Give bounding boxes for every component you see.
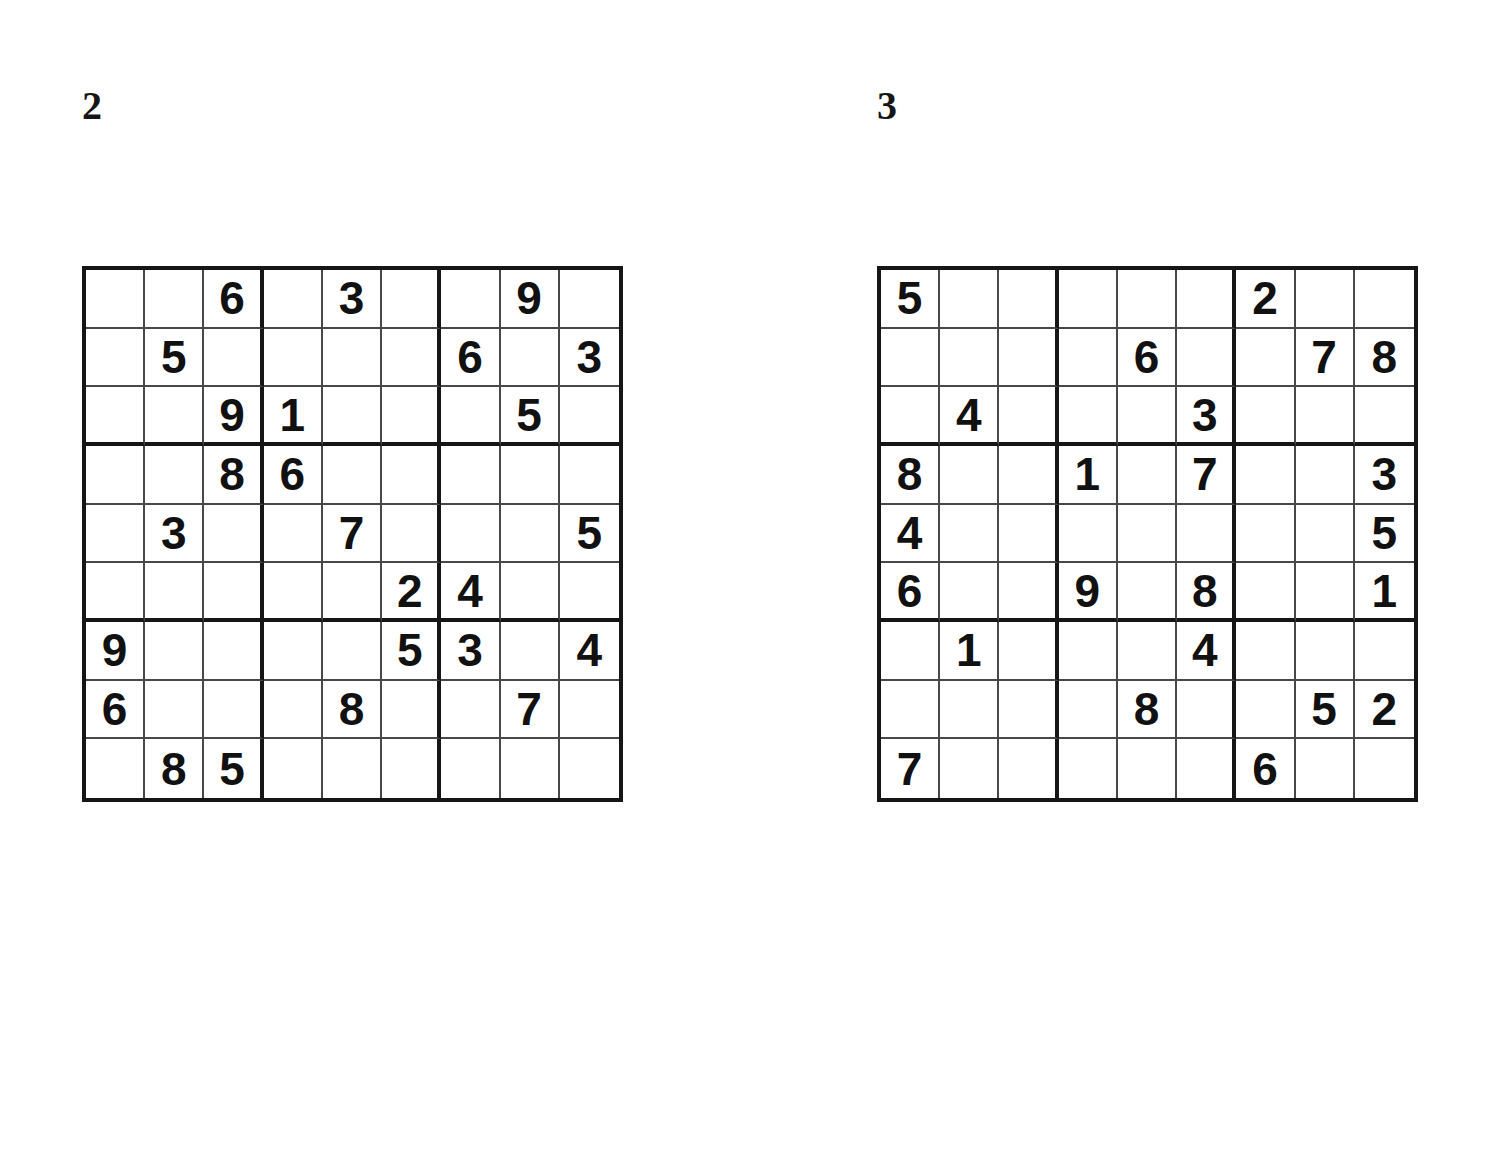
cell-r1c5[interactable] [1118, 270, 1177, 329]
cell-r4c9[interactable] [560, 446, 619, 505]
cell-r4c9[interactable]: 3 [1355, 446, 1414, 505]
cell-r2c2[interactable] [940, 329, 999, 388]
cell-r5c3[interactable] [204, 505, 263, 564]
cell-r8c1[interactable] [881, 681, 940, 740]
cell-r5c1[interactable]: 4 [881, 505, 940, 564]
cell-r3c5[interactable] [1118, 387, 1177, 446]
cell-r9c3[interactable]: 5 [204, 739, 263, 798]
cell-r4c4[interactable]: 1 [1059, 446, 1118, 505]
cell-r3c4[interactable]: 1 [264, 387, 323, 446]
cell-r5c7[interactable] [441, 505, 500, 564]
cell-r7c2[interactable]: 1 [940, 622, 999, 681]
cell-r2c6[interactable] [382, 329, 441, 388]
cell-r8c1[interactable]: 6 [86, 681, 145, 740]
cell-r2c2[interactable]: 5 [145, 329, 204, 388]
sudoku-grid-puzzle-3: 526784381734569811485276 [877, 266, 1418, 802]
cell-r6c5[interactable] [1118, 563, 1177, 622]
cell-r9c9[interactable] [1355, 739, 1414, 798]
cell-r6c5[interactable] [323, 563, 382, 622]
cell-r6c9[interactable]: 1 [1355, 563, 1414, 622]
cell-r9c2[interactable]: 8 [145, 739, 204, 798]
cell-r4c8[interactable] [1296, 446, 1355, 505]
cell-r7c3[interactable] [999, 622, 1058, 681]
cell-r3c2[interactable]: 4 [940, 387, 999, 446]
cell-r4c2[interactable] [145, 446, 204, 505]
cell-r5c5[interactable] [1118, 505, 1177, 564]
cell-r7c3[interactable] [204, 622, 263, 681]
cell-r9c2[interactable] [940, 739, 999, 798]
cell-r3c1[interactable] [881, 387, 940, 446]
cell-r7c1[interactable]: 9 [86, 622, 145, 681]
cell-r1c9[interactable] [1355, 270, 1414, 329]
cell-r4c1[interactable]: 8 [881, 446, 940, 505]
cell-r3c3[interactable] [999, 387, 1058, 446]
cell-r4c1[interactable] [86, 446, 145, 505]
cell-r1c5[interactable]: 3 [323, 270, 382, 329]
cell-r2c5[interactable] [323, 329, 382, 388]
cell-r8c3[interactable] [204, 681, 263, 740]
cell-r3c6[interactable]: 3 [1177, 387, 1236, 446]
cell-r4c3[interactable] [999, 446, 1058, 505]
cell-r7c5[interactable] [323, 622, 382, 681]
cell-r5c9[interactable]: 5 [1355, 505, 1414, 564]
puzzle-3-number: 3 [877, 86, 897, 126]
cell-r3c7[interactable] [1236, 387, 1295, 446]
cell-r7c9[interactable]: 4 [560, 622, 619, 681]
cell-r8c2[interactable] [940, 681, 999, 740]
cell-r4c7[interactable] [1236, 446, 1295, 505]
cell-r3c7[interactable] [441, 387, 500, 446]
cell-r6c1[interactable]: 6 [881, 563, 940, 622]
cell-r8c6[interactable] [382, 681, 441, 740]
cell-r9c1[interactable]: 7 [881, 739, 940, 798]
cell-r6c6[interactable]: 2 [382, 563, 441, 622]
cell-r3c1[interactable] [86, 387, 145, 446]
cell-r9c6[interactable] [382, 739, 441, 798]
cell-r4c3[interactable]: 8 [204, 446, 263, 505]
cell-r5c8[interactable] [501, 505, 560, 564]
cell-r1c3[interactable]: 6 [204, 270, 263, 329]
cell-r2c5[interactable]: 6 [1118, 329, 1177, 388]
cell-r1c7[interactable] [441, 270, 500, 329]
cell-r2c9[interactable]: 8 [1355, 329, 1414, 388]
cell-r9c5[interactable] [323, 739, 382, 798]
cell-r4c2[interactable] [940, 446, 999, 505]
cell-r5c6[interactable] [382, 505, 441, 564]
cell-r1c7[interactable]: 2 [1236, 270, 1295, 329]
cell-r5c6[interactable] [1177, 505, 1236, 564]
cell-r9c5[interactable] [1118, 739, 1177, 798]
cell-r3c3[interactable]: 9 [204, 387, 263, 446]
cell-r2c7[interactable]: 6 [441, 329, 500, 388]
cell-r1c4[interactable] [264, 270, 323, 329]
cell-r8c3[interactable] [999, 681, 1058, 740]
cell-r3c9[interactable] [1355, 387, 1414, 446]
cell-r2c9[interactable]: 3 [560, 329, 619, 388]
cell-r8c7[interactable] [441, 681, 500, 740]
cell-r7c2[interactable] [145, 622, 204, 681]
cell-r9c1[interactable] [86, 739, 145, 798]
cell-r6c4[interactable]: 9 [1059, 563, 1118, 622]
cell-r3c6[interactable] [382, 387, 441, 446]
cell-r7c7[interactable]: 3 [441, 622, 500, 681]
cell-r3c4[interactable] [1059, 387, 1118, 446]
cell-r5c2[interactable] [940, 505, 999, 564]
cell-r5c1[interactable] [86, 505, 145, 564]
cell-r2c4[interactable] [1059, 329, 1118, 388]
cell-r5c2[interactable]: 3 [145, 505, 204, 564]
cell-r5c5[interactable]: 7 [323, 505, 382, 564]
cell-r1c8[interactable]: 9 [501, 270, 560, 329]
cell-r7c9[interactable] [1355, 622, 1414, 681]
cell-r2c8[interactable] [501, 329, 560, 388]
cell-r7c1[interactable] [881, 622, 940, 681]
cell-r2c1[interactable] [881, 329, 940, 388]
cell-r2c7[interactable] [1236, 329, 1295, 388]
cell-r7c4[interactable] [264, 622, 323, 681]
cell-r3c8[interactable]: 5 [501, 387, 560, 446]
cell-r5c8[interactable] [1296, 505, 1355, 564]
cell-r8c5[interactable]: 8 [1118, 681, 1177, 740]
cell-r2c3[interactable] [999, 329, 1058, 388]
cell-r6c3[interactable] [999, 563, 1058, 622]
cell-r1c8[interactable] [1296, 270, 1355, 329]
cell-r6c8[interactable] [1296, 563, 1355, 622]
cell-r7c8[interactable] [1296, 622, 1355, 681]
cell-r6c3[interactable] [204, 563, 263, 622]
cell-r2c3[interactable] [204, 329, 263, 388]
cell-r2c6[interactable] [1177, 329, 1236, 388]
cell-r8c5[interactable]: 8 [323, 681, 382, 740]
cell-r9c9[interactable] [560, 739, 619, 798]
cell-r5c4[interactable] [264, 505, 323, 564]
cell-r6c7[interactable]: 4 [441, 563, 500, 622]
cell-r6c1[interactable] [86, 563, 145, 622]
cell-r8c9[interactable] [560, 681, 619, 740]
cell-r4c7[interactable] [441, 446, 500, 505]
cell-r5c7[interactable] [1236, 505, 1295, 564]
cell-r7c5[interactable] [1118, 622, 1177, 681]
cell-r1c2[interactable] [940, 270, 999, 329]
book-page: 2 3 6395639158637524953468785 5267843817… [0, 0, 1500, 1151]
cell-r8c2[interactable] [145, 681, 204, 740]
cell-r1c4[interactable] [1059, 270, 1118, 329]
cell-r6c4[interactable] [264, 563, 323, 622]
cell-r9c8[interactable] [1296, 739, 1355, 798]
cell-r9c7[interactable] [441, 739, 500, 798]
cell-r3c2[interactable] [145, 387, 204, 446]
cell-r5c3[interactable] [999, 505, 1058, 564]
puzzle-2-number: 2 [82, 86, 102, 126]
cell-r7c7[interactable] [1236, 622, 1295, 681]
cell-r8c6[interactable] [1177, 681, 1236, 740]
cell-r4c6[interactable] [382, 446, 441, 505]
cell-r1c6[interactable] [1177, 270, 1236, 329]
cell-r7c8[interactable] [501, 622, 560, 681]
cell-r7c6[interactable]: 5 [382, 622, 441, 681]
cell-r4c8[interactable] [501, 446, 560, 505]
cell-r8c9[interactable]: 2 [1355, 681, 1414, 740]
cell-r1c3[interactable] [999, 270, 1058, 329]
cell-r8c8[interactable]: 5 [1296, 681, 1355, 740]
cell-r9c3[interactable] [999, 739, 1058, 798]
cell-r6c2[interactable] [940, 563, 999, 622]
cell-r4c5[interactable] [1118, 446, 1177, 505]
cell-r3c9[interactable] [560, 387, 619, 446]
cell-r3c5[interactable] [323, 387, 382, 446]
cell-r1c1[interactable]: 5 [881, 270, 940, 329]
cell-r1c6[interactable] [382, 270, 441, 329]
cell-r1c2[interactable] [145, 270, 204, 329]
cell-r9c8[interactable] [501, 739, 560, 798]
cell-r3c8[interactable] [1296, 387, 1355, 446]
cell-r9c4[interactable] [264, 739, 323, 798]
cell-r7c6[interactable]: 4 [1177, 622, 1236, 681]
cell-r5c4[interactable] [1059, 505, 1118, 564]
cell-r6c9[interactable] [560, 563, 619, 622]
cell-r6c7[interactable] [1236, 563, 1295, 622]
cell-r4c6[interactable]: 7 [1177, 446, 1236, 505]
cell-r8c8[interactable]: 7 [501, 681, 560, 740]
cell-r2c4[interactable] [264, 329, 323, 388]
cell-r1c9[interactable] [560, 270, 619, 329]
cell-r8c4[interactable] [1059, 681, 1118, 740]
cell-r1c1[interactable] [86, 270, 145, 329]
sudoku-grid-puzzle-2: 6395639158637524953468785 [82, 266, 623, 802]
cell-r8c4[interactable] [264, 681, 323, 740]
cell-r8c7[interactable] [1236, 681, 1295, 740]
cell-r9c4[interactable] [1059, 739, 1118, 798]
cell-r7c4[interactable] [1059, 622, 1118, 681]
cell-r2c8[interactable]: 7 [1296, 329, 1355, 388]
cell-r4c5[interactable] [323, 446, 382, 505]
cell-r6c8[interactable] [501, 563, 560, 622]
cell-r6c6[interactable]: 8 [1177, 563, 1236, 622]
cell-r6c2[interactable] [145, 563, 204, 622]
cell-r4c4[interactable]: 6 [264, 446, 323, 505]
cell-r5c9[interactable]: 5 [560, 505, 619, 564]
cell-r9c7[interactable]: 6 [1236, 739, 1295, 798]
cell-r9c6[interactable] [1177, 739, 1236, 798]
cell-r2c1[interactable] [86, 329, 145, 388]
